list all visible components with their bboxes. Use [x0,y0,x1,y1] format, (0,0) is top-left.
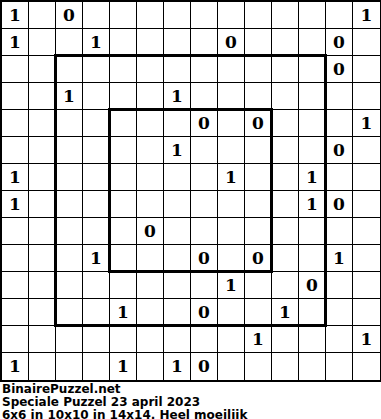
empty-cell-r11c4[interactable] [83,272,110,299]
empty-cell-r2c5[interactable] [110,29,137,56]
empty-cell-r14c11[interactable] [272,353,299,380]
empty-cell-r6c14[interactable] [353,137,380,164]
empty-cell-r2c8[interactable] [191,29,218,56]
given-cell-r10c4: 1 [83,245,110,272]
empty-cell-r9c13[interactable] [326,218,353,245]
given-cell-r8c13: 0 [326,191,353,218]
empty-cell-r5c3[interactable] [56,110,83,137]
empty-cell-r7c7[interactable] [164,164,191,191]
empty-cell-r12c6[interactable] [137,299,164,326]
empty-cell-r4c8[interactable] [191,83,218,110]
empty-cell-r12c9[interactable] [218,299,245,326]
empty-cell-r11c13[interactable] [326,272,353,299]
empty-cell-r5c7[interactable] [164,110,191,137]
empty-cell-r8c9[interactable] [218,191,245,218]
given-cell-r7c9: 1 [218,164,245,191]
empty-cell-r9c7[interactable] [164,218,191,245]
empty-cell-r11c10[interactable] [245,272,272,299]
empty-cell-r1c13[interactable] [326,2,353,29]
empty-cell-r4c10[interactable] [245,83,272,110]
empty-cell-r8c7[interactable] [164,191,191,218]
empty-cell-r11c2[interactable] [29,272,56,299]
empty-cell-r14c13[interactable] [326,353,353,380]
empty-cell-r13c13[interactable] [326,326,353,353]
empty-cell-r2c10[interactable] [245,29,272,56]
given-cell-r11c12: 0 [299,272,326,299]
empty-cell-r13c5[interactable] [110,326,137,353]
empty-cell-r2c11[interactable] [272,29,299,56]
empty-cell-r8c8[interactable] [191,191,218,218]
empty-cell-r7c10[interactable] [245,164,272,191]
empty-cell-r12c2[interactable] [29,299,56,326]
empty-cell-r3c9[interactable] [218,56,245,83]
given-cell-r3c13: 0 [326,56,353,83]
empty-cell-r9c3[interactable] [56,218,83,245]
empty-cell-r6c2[interactable] [29,137,56,164]
empty-cell-r7c5[interactable] [110,164,137,191]
given-cell-r8c1: 1 [2,191,29,218]
empty-cell-r9c11[interactable] [272,218,299,245]
empty-cell-r9c4[interactable] [83,218,110,245]
given-cell-r12c11: 1 [272,299,299,326]
empty-cell-r9c2[interactable] [29,218,56,245]
empty-cell-r9c5[interactable] [110,218,137,245]
empty-cell-r5c9[interactable] [218,110,245,137]
empty-cell-r9c14[interactable] [353,218,380,245]
empty-cell-r8c10[interactable] [245,191,272,218]
empty-cell-r11c3[interactable] [56,272,83,299]
empty-cell-r13c12[interactable] [299,326,326,353]
empty-cell-r3c6[interactable] [137,56,164,83]
empty-cell-r4c12[interactable] [299,83,326,110]
empty-cell-r14c3[interactable] [56,353,83,380]
empty-cell-r8c3[interactable] [56,191,83,218]
empty-cell-r12c10[interactable] [245,299,272,326]
given-cell-r5c14: 1 [353,110,380,137]
empty-cell-r13c9[interactable] [218,326,245,353]
given-cell-r5c8: 0 [191,110,218,137]
given-cell-r6c7: 1 [164,137,191,164]
empty-cell-r13c3[interactable] [56,326,83,353]
empty-cell-r13c11[interactable] [272,326,299,353]
given-cell-r2c13: 0 [326,29,353,56]
given-cell-r14c1: 1 [2,353,29,380]
given-cell-r2c1: 1 [2,29,29,56]
empty-cell-r11c7[interactable] [164,272,191,299]
empty-cell-r10c6[interactable] [137,245,164,272]
empty-cell-r9c9[interactable] [218,218,245,245]
empty-cell-r1c8[interactable] [191,2,218,29]
empty-cell-r7c3[interactable] [56,164,83,191]
empty-cell-r7c2[interactable] [29,164,56,191]
empty-cell-r11c14[interactable] [353,272,380,299]
empty-cell-r3c2[interactable] [29,56,56,83]
given-cell-r12c8: 0 [191,299,218,326]
empty-cell-r12c4[interactable] [83,299,110,326]
empty-cell-r4c9[interactable] [218,83,245,110]
empty-cell-r3c7[interactable] [164,56,191,83]
given-cell-r14c7: 1 [164,353,191,380]
empty-cell-r5c11[interactable] [272,110,299,137]
given-cell-r7c12: 1 [299,164,326,191]
empty-cell-r14c14[interactable] [353,353,380,380]
given-cell-r2c4: 1 [83,29,110,56]
empty-cell-r5c5[interactable] [110,110,137,137]
empty-cell-r11c1[interactable] [2,272,29,299]
given-cell-r13c14: 1 [353,326,380,353]
empty-cell-r9c10[interactable] [245,218,272,245]
empty-cell-r1c7[interactable] [164,2,191,29]
empty-cell-r12c3[interactable] [56,299,83,326]
empty-cell-r2c3[interactable] [56,29,83,56]
given-cell-r14c5: 1 [110,353,137,380]
given-cell-r10c10: 0 [245,245,272,272]
empty-cell-r2c12[interactable] [299,29,326,56]
empty-cell-r1c6[interactable] [137,2,164,29]
given-cell-r13c10: 1 [245,326,272,353]
empty-cell-r8c4[interactable] [83,191,110,218]
empty-cell-r5c6[interactable] [137,110,164,137]
empty-cell-r7c11[interactable] [272,164,299,191]
empty-cell-r12c14[interactable] [353,299,380,326]
given-cell-r10c13: 1 [326,245,353,272]
empty-cell-r6c11[interactable] [272,137,299,164]
empty-cell-r14c2[interactable] [29,353,56,380]
empty-cell-r5c13[interactable] [326,110,353,137]
empty-cell-r1c2[interactable] [29,2,56,29]
given-cell-r6c13: 0 [326,137,353,164]
given-cell-r4c3: 1 [56,83,83,110]
puzzle-page: 1011100011001101111100100110101111110 Bi… [0,0,381,419]
empty-cell-r4c4[interactable] [83,83,110,110]
empty-cell-r8c5[interactable] [110,191,137,218]
empty-cell-r11c6[interactable] [137,272,164,299]
empty-cell-r4c13[interactable] [326,83,353,110]
puzzle-footer: BinairePuzzel.net Speciale Puzzel 23 apr… [0,382,381,419]
empty-cell-r10c7[interactable] [164,245,191,272]
empty-cell-r10c12[interactable] [299,245,326,272]
empty-cell-r5c2[interactable] [29,110,56,137]
given-cell-r1c1: 1 [2,2,29,29]
given-cell-r12c5: 1 [110,299,137,326]
empty-cell-r11c8[interactable] [191,272,218,299]
empty-cell-r1c11[interactable] [272,2,299,29]
empty-cell-r10c3[interactable] [56,245,83,272]
empty-cell-r11c5[interactable] [110,272,137,299]
empty-cell-r10c5[interactable] [110,245,137,272]
footer-puzzle-difficulty: 6x6 in 10x10 in 14x14, Heel moeilijk [2,409,380,419]
empty-cell-r9c1[interactable] [2,218,29,245]
empty-cell-r10c1[interactable] [2,245,29,272]
given-cell-r2c9: 0 [218,29,245,56]
given-cell-r9c6: 0 [137,218,164,245]
empty-cell-r2c6[interactable] [137,29,164,56]
empty-cell-r7c8[interactable] [191,164,218,191]
empty-cell-r12c1[interactable] [2,299,29,326]
empty-cell-r7c14[interactable] [353,164,380,191]
given-cell-r8c12: 1 [299,191,326,218]
empty-cell-r10c2[interactable] [29,245,56,272]
puzzle-board: 1011100011001101111100100110101111110 [0,0,381,382]
empty-cell-r12c13[interactable] [326,299,353,326]
given-cell-r14c8: 0 [191,353,218,380]
empty-cell-r14c10[interactable] [245,353,272,380]
empty-cell-r4c14[interactable] [353,83,380,110]
empty-cell-r3c14[interactable] [353,56,380,83]
empty-cell-r8c6[interactable] [137,191,164,218]
empty-cell-r13c6[interactable] [137,326,164,353]
empty-cell-r12c12[interactable] [299,299,326,326]
empty-cell-r3c3[interactable] [56,56,83,83]
empty-cell-r7c4[interactable] [83,164,110,191]
empty-cell-r3c1[interactable] [2,56,29,83]
empty-cell-r6c6[interactable] [137,137,164,164]
empty-cell-r10c9[interactable] [218,245,245,272]
empty-cell-r2c14[interactable] [353,29,380,56]
given-cell-r5c10: 0 [245,110,272,137]
empty-cell-r14c6[interactable] [137,353,164,380]
empty-cell-r3c8[interactable] [191,56,218,83]
empty-cell-r13c1[interactable] [2,326,29,353]
empty-cell-r4c1[interactable] [2,83,29,110]
empty-cell-r3c5[interactable] [110,56,137,83]
empty-cell-r4c5[interactable] [110,83,137,110]
empty-cell-r8c2[interactable] [29,191,56,218]
empty-cell-r3c4[interactable] [83,56,110,83]
empty-cell-r1c9[interactable] [218,2,245,29]
empty-cell-r3c11[interactable] [272,56,299,83]
empty-cell-r5c12[interactable] [299,110,326,137]
empty-cell-r11c11[interactable] [272,272,299,299]
empty-cell-r5c4[interactable] [83,110,110,137]
empty-cell-r3c10[interactable] [245,56,272,83]
empty-cell-r5c1[interactable] [2,110,29,137]
empty-cell-r6c1[interactable] [2,137,29,164]
empty-cell-r14c9[interactable] [218,353,245,380]
empty-cell-r1c5[interactable] [110,2,137,29]
empty-cell-r13c4[interactable] [83,326,110,353]
empty-cell-r13c2[interactable] [29,326,56,353]
empty-cell-r4c11[interactable] [272,83,299,110]
empty-cell-r8c14[interactable] [353,191,380,218]
empty-cell-r7c6[interactable] [137,164,164,191]
empty-cell-r6c8[interactable] [191,137,218,164]
empty-cell-r9c12[interactable] [299,218,326,245]
empty-cell-r6c5[interactable] [110,137,137,164]
empty-cell-r1c4[interactable] [83,2,110,29]
empty-cell-r8c11[interactable] [272,191,299,218]
empty-cell-r7c13[interactable] [326,164,353,191]
given-cell-r11c9: 1 [218,272,245,299]
empty-cell-r10c14[interactable] [353,245,380,272]
given-cell-r10c8: 0 [191,245,218,272]
empty-cell-r6c12[interactable] [299,137,326,164]
empty-cell-r6c10[interactable] [245,137,272,164]
empty-cell-r6c9[interactable] [218,137,245,164]
given-cell-r1c14: 1 [353,2,380,29]
empty-cell-r13c7[interactable] [164,326,191,353]
empty-cell-r6c4[interactable] [83,137,110,164]
empty-cell-r14c4[interactable] [83,353,110,380]
empty-cell-r13c8[interactable] [191,326,218,353]
given-cell-r4c7: 1 [164,83,191,110]
empty-cell-r2c7[interactable] [164,29,191,56]
given-cell-r1c3: 0 [56,2,83,29]
empty-cell-r1c10[interactable] [245,2,272,29]
empty-cell-r1c12[interactable] [299,2,326,29]
empty-cell-r2c2[interactable] [29,29,56,56]
empty-cell-r14c12[interactable] [299,353,326,380]
empty-cell-r3c12[interactable] [299,56,326,83]
empty-cell-r4c2[interactable] [29,83,56,110]
empty-cell-r6c3[interactable] [56,137,83,164]
empty-cell-r12c7[interactable] [164,299,191,326]
empty-cell-r9c8[interactable] [191,218,218,245]
given-cell-r7c1: 1 [2,164,29,191]
empty-cell-r4c6[interactable] [137,83,164,110]
empty-cell-r10c11[interactable] [272,245,299,272]
